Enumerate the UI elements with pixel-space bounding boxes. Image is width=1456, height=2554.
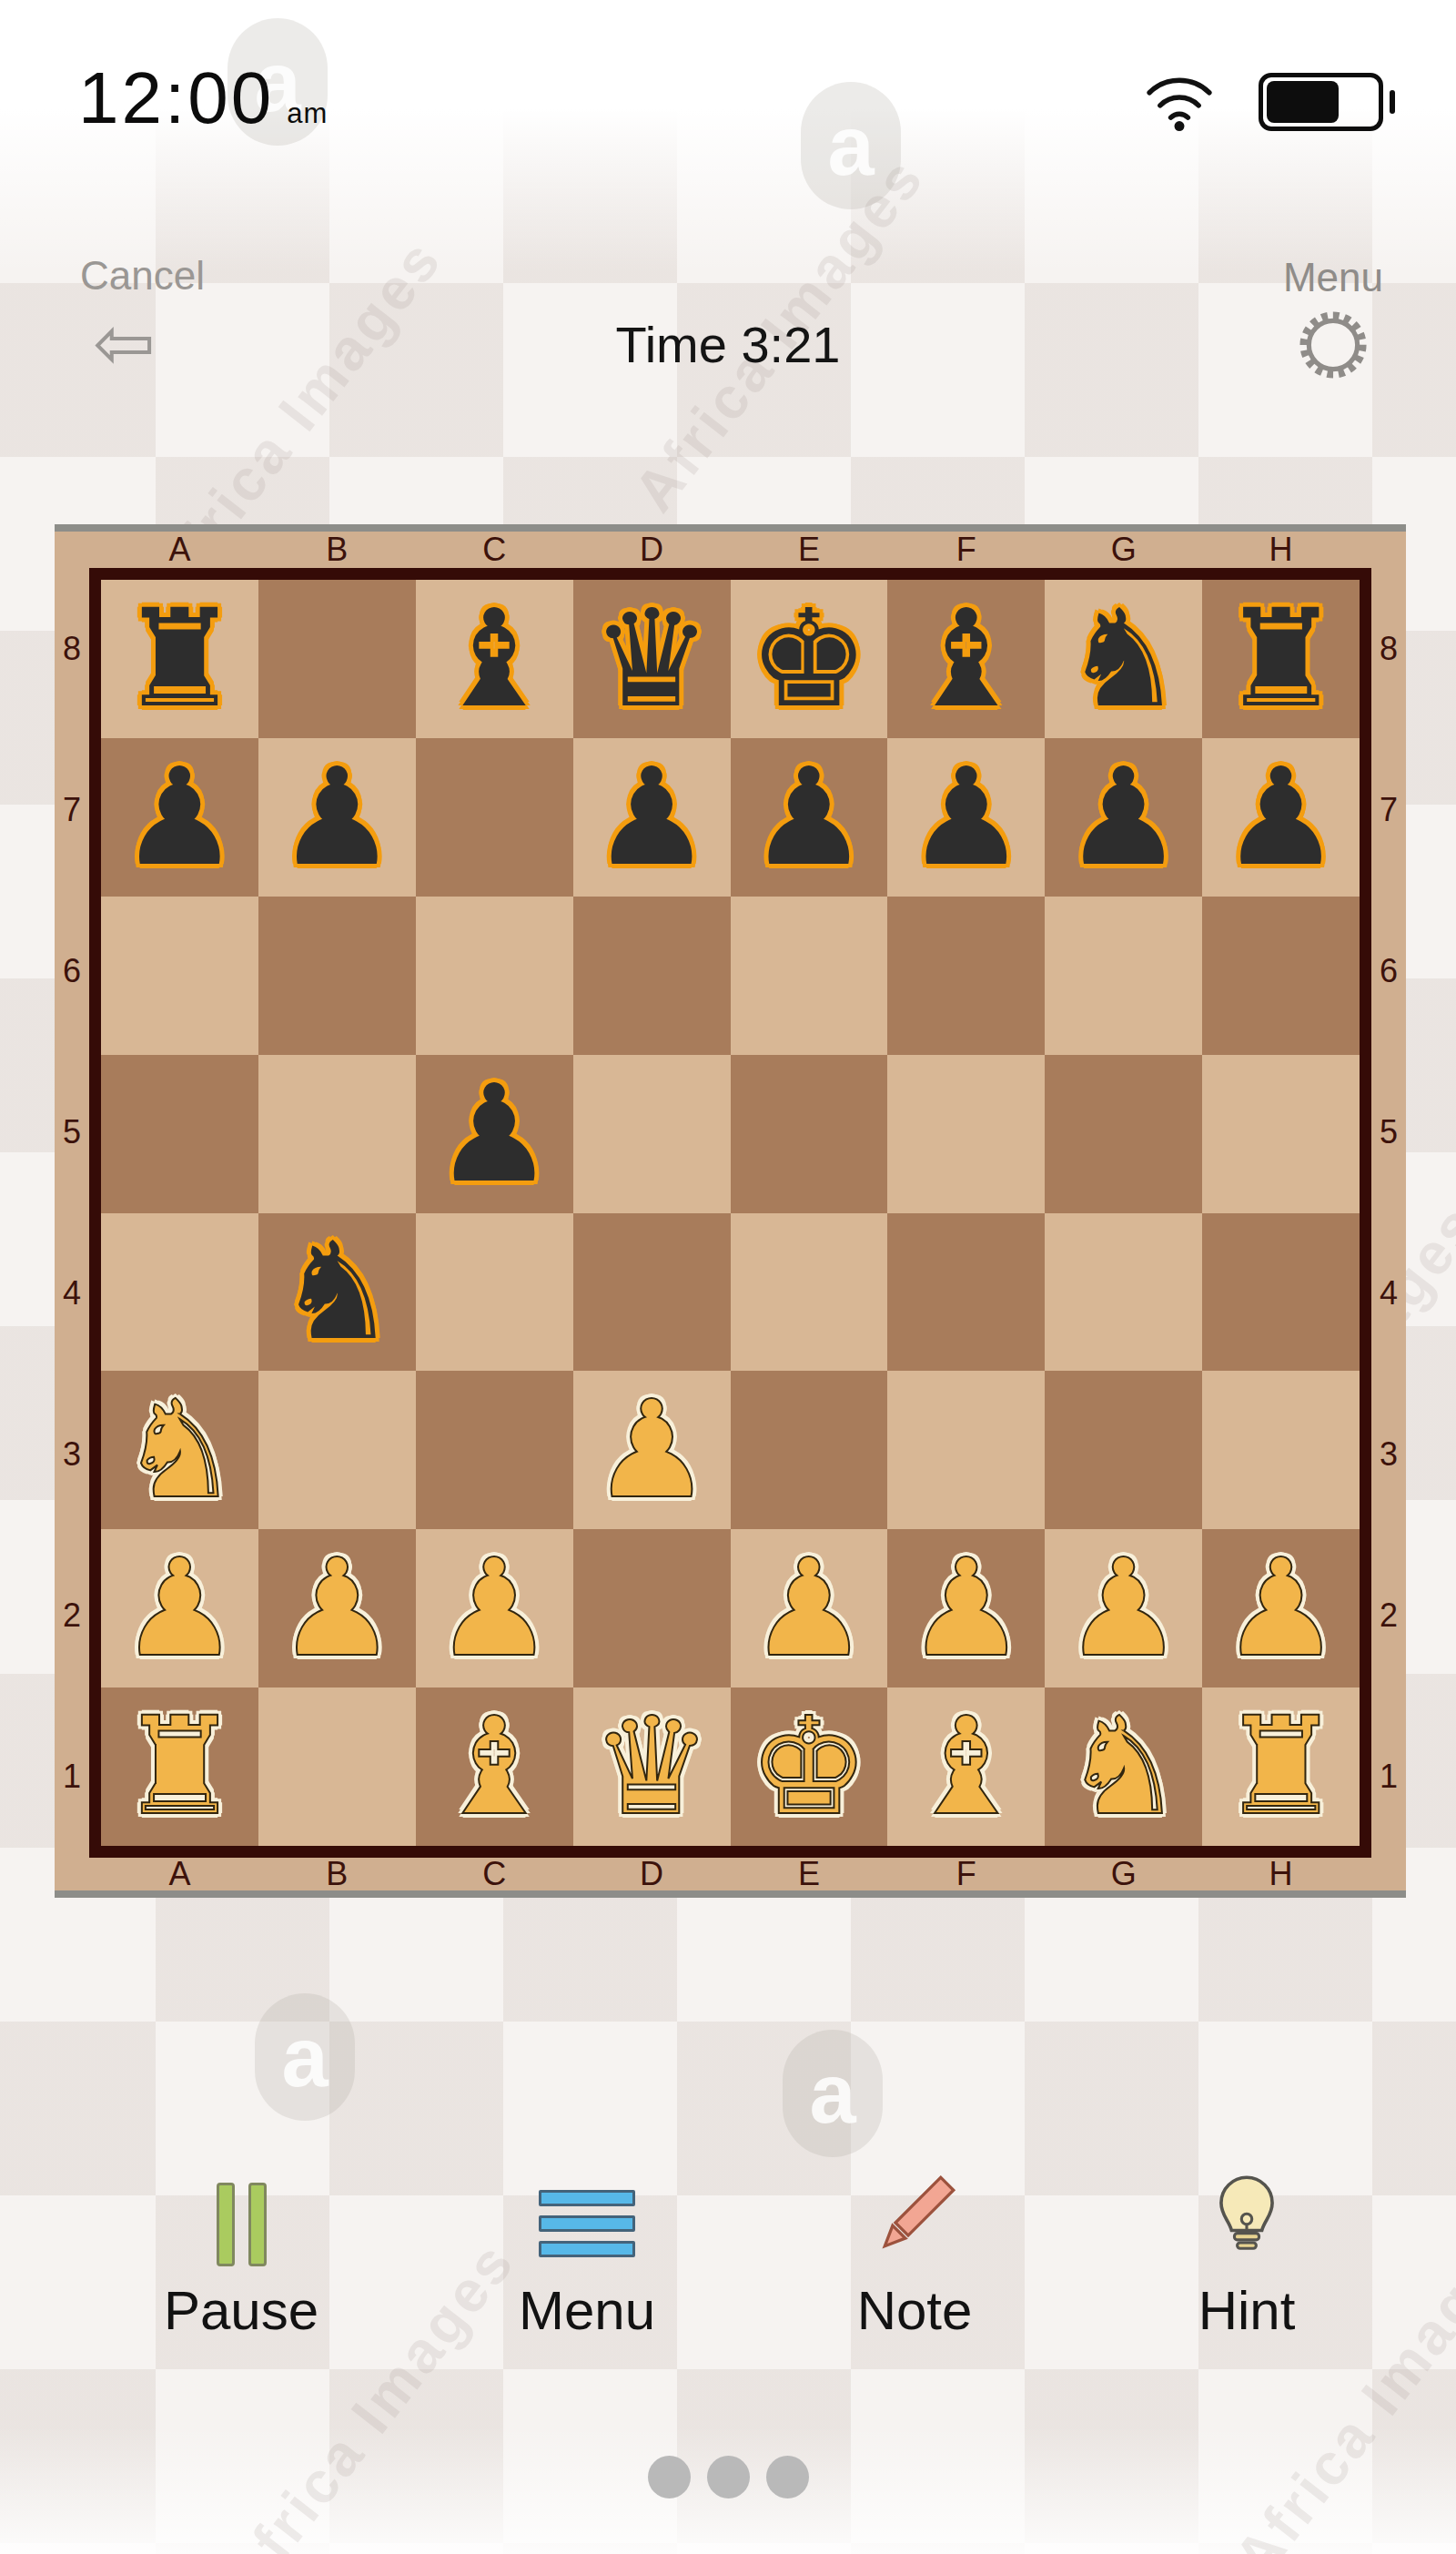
square-b8[interactable] [258,580,416,738]
page-dot-2[interactable] [707,2456,750,2498]
square-h8[interactable]: ♜ [1202,580,1360,738]
page-title: Time 3:21 [0,315,1456,374]
file-labels-bottom: ABCDEFGH [55,1858,1406,1890]
black-bishop: ♝ [434,592,555,726]
square-h6[interactable] [1202,897,1360,1055]
black-pawn: ♟ [905,750,1026,885]
pause-icon [217,2183,267,2266]
square-e8[interactable]: ♚ [731,580,888,738]
square-g1[interactable]: ♞ [1045,1687,1202,1846]
coord-label-f: F [887,1858,1045,1890]
battery-icon [1259,73,1395,131]
square-e1[interactable]: ♚ [731,1687,888,1846]
note-label: Note [760,2279,1069,2342]
status-clock: 12:00am [78,56,328,140]
coord-label-1: 1 [1371,1760,1406,1793]
black-queen: ♛ [591,592,713,726]
black-pawn: ♟ [591,750,713,885]
square-d6[interactable] [573,897,731,1055]
square-d7[interactable]: ♟ [573,738,731,897]
coord-label-3: 3 [55,1438,89,1471]
white-knight: ♞ [1063,1699,1184,1834]
note-button[interactable]: Note [760,2166,1069,2342]
rank-labels-right: 87654321 [1371,568,1406,1858]
coord-label-a: A [101,1858,258,1890]
coord-label-c: C [416,1858,573,1890]
white-knight: ♞ [119,1383,240,1517]
square-f8[interactable]: ♝ [887,580,1045,738]
black-bishop: ♝ [905,592,1026,726]
board-grid: ♜♝♛♚♝♞♜♟♟♟♟♟♟♟♟♞♞♟♟♟♟♟♟♟♟♜♝♛♚♝♞♜ [89,568,1371,1858]
black-knight: ♞ [1063,592,1184,726]
square-b3[interactable] [258,1371,416,1529]
square-h4[interactable] [1202,1213,1360,1372]
black-rook: ♜ [119,592,240,726]
white-bishop: ♝ [905,1699,1026,1834]
menu-toolbar-button[interactable]: Menu [432,2166,742,2342]
square-e6[interactable] [731,897,888,1055]
black-king: ♚ [749,592,870,726]
square-f1[interactable]: ♝ [887,1687,1045,1846]
square-a7[interactable]: ♟ [101,738,258,897]
square-b6[interactable] [258,897,416,1055]
page-dot-1[interactable] [648,2456,691,2498]
rank-labels-left: 87654321 [55,568,89,1858]
page-dots [0,2456,1456,2498]
square-g7[interactable]: ♟ [1045,738,1202,897]
gear-icon[interactable] [1283,306,1383,388]
square-f7[interactable]: ♟ [887,738,1045,897]
square-c5[interactable]: ♟ [416,1055,573,1213]
square-c1[interactable]: ♝ [416,1687,573,1846]
square-d4[interactable] [573,1213,731,1372]
coord-label-d: D [573,1858,731,1890]
white-queen: ♛ [591,1699,713,1834]
coord-label-g: G [1045,1858,1202,1890]
black-pawn: ♟ [1220,750,1341,885]
square-a5[interactable] [101,1055,258,1213]
square-g5[interactable] [1045,1055,1202,1213]
coord-label-b: B [258,1858,416,1890]
coord-label-6: 6 [1371,955,1406,988]
lightbulb-icon [1199,2172,1294,2266]
square-e7[interactable]: ♟ [731,738,888,897]
coord-label-4: 4 [1371,1277,1406,1310]
square-h7[interactable]: ♟ [1202,738,1360,897]
coord-label-a: A [101,533,258,566]
white-pawn: ♟ [749,1541,870,1676]
square-c8[interactable]: ♝ [416,580,573,738]
coord-label-6: 6 [55,955,89,988]
pause-button[interactable]: Pause [86,2166,396,2342]
square-d2[interactable] [573,1529,731,1687]
square-h1[interactable]: ♜ [1202,1687,1360,1846]
square-a6[interactable] [101,897,258,1055]
square-f4[interactable] [887,1213,1045,1372]
white-pawn: ♟ [1220,1541,1341,1676]
square-f5[interactable] [887,1055,1045,1213]
square-b5[interactable] [258,1055,416,1213]
square-g8[interactable]: ♞ [1045,580,1202,738]
white-rook: ♜ [119,1699,240,1834]
coord-label-1: 1 [55,1760,89,1793]
white-bishop: ♝ [434,1699,555,1834]
square-b1[interactable] [258,1687,416,1846]
hint-button[interactable]: Hint [1092,2166,1401,2342]
wifi-icon [1137,66,1221,135]
page-dot-3[interactable] [766,2456,809,2498]
square-c6[interactable] [416,897,573,1055]
black-pawn: ♟ [749,750,870,885]
cancel-label: Cancel [80,253,205,299]
coord-label-c: C [416,533,573,566]
square-a2[interactable]: ♟ [101,1529,258,1687]
square-h2[interactable]: ♟ [1202,1529,1360,1687]
square-e2[interactable]: ♟ [731,1529,888,1687]
coord-label-3: 3 [1371,1438,1406,1471]
square-a4[interactable] [101,1213,258,1372]
coord-label-2: 2 [55,1599,89,1632]
square-g4[interactable] [1045,1213,1202,1372]
coord-label-g: G [1045,533,1202,566]
coord-label-4: 4 [55,1277,89,1310]
square-c2[interactable]: ♟ [416,1529,573,1687]
coord-label-d: D [573,533,731,566]
square-f6[interactable] [887,897,1045,1055]
hint-label: Hint [1092,2279,1401,2342]
black-pawn: ♟ [1063,750,1184,885]
chess-board: ABCDEFGH 87654321 ♜♝♛♚♝♞♜♟♟♟♟♟♟♟♟♞♞♟♟♟♟♟… [55,524,1406,1898]
menu-toolbar-label: Menu [432,2279,742,2342]
square-e4[interactable] [731,1213,888,1372]
status-clock-meridiem: am [287,97,328,129]
pencil-icon [864,2166,965,2266]
coord-label-5: 5 [1371,1116,1406,1149]
coord-label-e: E [731,1858,888,1890]
black-rook: ♜ [1220,592,1341,726]
white-pawn: ♟ [591,1383,713,1517]
black-pawn: ♟ [119,750,240,885]
square-c4[interactable] [416,1213,573,1372]
square-d3[interactable]: ♟ [573,1371,731,1529]
coord-label-b: B [258,533,416,566]
square-a8[interactable]: ♜ [101,580,258,738]
square-h5[interactable] [1202,1055,1360,1213]
hamburger-menu-icon [539,2190,635,2257]
coord-label-f: F [887,533,1045,566]
battery-fill [1267,81,1339,123]
square-e3[interactable] [731,1371,888,1529]
square-c7[interactable] [416,738,573,897]
toolbar: Pause Menu Note Hint [0,2166,1456,2357]
square-b7[interactable]: ♟ [258,738,416,897]
square-a1[interactable]: ♜ [101,1687,258,1846]
square-d8[interactable]: ♛ [573,580,731,738]
coord-label-8: 8 [1371,633,1406,665]
pause-label: Pause [86,2279,396,2342]
file-labels-top: ABCDEFGH [55,532,1406,568]
coord-label-5: 5 [55,1116,89,1149]
square-d1[interactable]: ♛ [573,1687,731,1846]
coord-label-h: H [1202,1858,1360,1890]
square-a3[interactable]: ♞ [101,1371,258,1529]
black-pawn: ♟ [434,1067,555,1201]
white-pawn: ♟ [119,1541,240,1676]
square-g6[interactable] [1045,897,1202,1055]
square-b2[interactable]: ♟ [258,1529,416,1687]
square-d5[interactable] [573,1055,731,1213]
square-g3[interactable] [1045,1371,1202,1529]
menu-button[interactable]: Menu [1283,255,1383,388]
square-h3[interactable] [1202,1371,1360,1529]
white-king: ♚ [749,1699,870,1834]
menu-label: Menu [1283,255,1383,300]
white-rook: ♜ [1220,1699,1341,1834]
coord-label-8: 8 [55,633,89,665]
white-pawn: ♟ [277,1541,398,1676]
white-pawn: ♟ [434,1541,555,1676]
white-pawn: ♟ [1063,1541,1184,1676]
coord-label-e: E [731,533,888,566]
black-pawn: ♟ [277,750,398,885]
coord-label-h: H [1202,533,1360,566]
coord-label-7: 7 [1371,794,1406,826]
battery-cap [1390,90,1395,114]
white-pawn: ♟ [905,1541,1026,1676]
square-f2[interactable]: ♟ [887,1529,1045,1687]
coord-label-2: 2 [1371,1599,1406,1632]
square-e5[interactable] [731,1055,888,1213]
coord-label-7: 7 [55,794,89,826]
square-f3[interactable] [887,1371,1045,1529]
black-knight: ♞ [277,1224,398,1359]
square-c3[interactable] [416,1371,573,1529]
square-g2[interactable]: ♟ [1045,1529,1202,1687]
square-b4[interactable]: ♞ [258,1213,416,1372]
